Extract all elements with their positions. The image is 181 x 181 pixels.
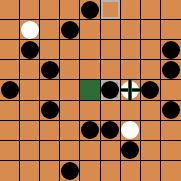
- board-cell[interactable]: [161, 60, 181, 80]
- board-cell[interactable]: [141, 60, 161, 80]
- board-cell[interactable]: [80, 40, 100, 60]
- board-cell[interactable]: [161, 101, 181, 121]
- board-cell[interactable]: [121, 20, 141, 40]
- board-cell[interactable]: [40, 80, 60, 100]
- board-cell[interactable]: [0, 20, 20, 40]
- board-cell[interactable]: [141, 20, 161, 40]
- white-stone[interactable]: [121, 121, 139, 139]
- board-cell[interactable]: [20, 121, 40, 141]
- black-stone[interactable]: [141, 81, 159, 99]
- board-cell[interactable]: [101, 20, 121, 40]
- black-stone[interactable]: [41, 101, 59, 119]
- black-stone[interactable]: [1, 81, 19, 99]
- board-cell[interactable]: [40, 20, 60, 40]
- board-cell[interactable]: [40, 40, 60, 60]
- board-cell[interactable]: [40, 60, 60, 80]
- board-cell[interactable]: [40, 141, 60, 161]
- board-cell[interactable]: [121, 40, 141, 60]
- board: [0, 0, 181, 181]
- board-cell[interactable]: [161, 141, 181, 161]
- board-cell[interactable]: [161, 20, 181, 40]
- board-cell[interactable]: [161, 121, 181, 141]
- board-cell[interactable]: [40, 161, 60, 181]
- board-cell[interactable]: [20, 101, 40, 121]
- board-cell[interactable]: [161, 40, 181, 60]
- board-cell[interactable]: [141, 80, 161, 100]
- board-cell[interactable]: [101, 40, 121, 60]
- board-cell[interactable]: [0, 121, 20, 141]
- board-cell[interactable]: [60, 80, 80, 100]
- board-cell[interactable]: [60, 141, 80, 161]
- board-cell[interactable]: [101, 121, 121, 141]
- board-cell[interactable]: [20, 161, 40, 181]
- board-cell[interactable]: [0, 40, 20, 60]
- board-cell[interactable]: [20, 0, 40, 20]
- board-cell[interactable]: [20, 40, 40, 60]
- black-stone[interactable]: [162, 41, 180, 59]
- board-cell[interactable]: [20, 20, 40, 40]
- board-cell[interactable]: [20, 60, 40, 80]
- board-cell[interactable]: [20, 141, 40, 161]
- board-cell[interactable]: [121, 0, 141, 20]
- black-stone[interactable]: [101, 121, 119, 139]
- black-stone[interactable]: [81, 121, 99, 139]
- board-cell[interactable]: [101, 60, 121, 80]
- board-cell[interactable]: [141, 40, 161, 60]
- black-stone[interactable]: [61, 21, 79, 39]
- green-square-cell[interactable]: [80, 80, 100, 100]
- board-cell[interactable]: [101, 141, 121, 161]
- highlight-frame-cell[interactable]: [101, 80, 121, 100]
- board-cell[interactable]: [121, 101, 141, 121]
- board-cell[interactable]: [121, 141, 141, 161]
- board-cell[interactable]: [141, 161, 161, 181]
- board-cell[interactable]: [161, 80, 181, 100]
- board-cell[interactable]: [60, 0, 80, 20]
- board-cell[interactable]: [0, 60, 20, 80]
- black-stone[interactable]: [101, 81, 119, 99]
- cross-icon: [128, 80, 132, 99]
- black-stone[interactable]: [121, 141, 139, 159]
- board-cell[interactable]: [101, 161, 121, 181]
- board-cell[interactable]: [121, 60, 141, 80]
- board-cell[interactable]: [0, 141, 20, 161]
- board-cell[interactable]: [141, 141, 161, 161]
- board-cell[interactable]: [0, 0, 20, 20]
- board-cell[interactable]: [101, 101, 121, 121]
- board-cell[interactable]: [141, 101, 161, 121]
- board-cell[interactable]: [80, 0, 100, 20]
- black-stone[interactable]: [81, 1, 99, 19]
- black-stone[interactable]: [21, 41, 39, 59]
- board-cell[interactable]: [141, 121, 161, 141]
- cross-marker-cell[interactable]: [121, 80, 141, 100]
- black-stone[interactable]: [162, 61, 180, 79]
- board-cell[interactable]: [40, 101, 60, 121]
- black-stone[interactable]: [61, 162, 79, 180]
- board-cell[interactable]: [40, 121, 60, 141]
- board-cell[interactable]: [60, 121, 80, 141]
- black-stone[interactable]: [162, 101, 180, 119]
- board-cell[interactable]: [80, 141, 100, 161]
- board-cell[interactable]: [161, 0, 181, 20]
- board-cell[interactable]: [80, 101, 100, 121]
- board-cell[interactable]: [80, 60, 100, 80]
- board-cell[interactable]: [0, 80, 20, 100]
- board-cell[interactable]: [0, 161, 20, 181]
- black-stone[interactable]: [41, 61, 59, 79]
- board-cell[interactable]: [60, 101, 80, 121]
- board-cell[interactable]: [60, 20, 80, 40]
- board-cell[interactable]: [60, 40, 80, 60]
- board-cell[interactable]: [161, 161, 181, 181]
- board-cell[interactable]: [60, 60, 80, 80]
- board-cell[interactable]: [40, 0, 60, 20]
- highlight-frame-cell[interactable]: [101, 0, 121, 20]
- board-cell[interactable]: [121, 121, 141, 141]
- board-cell[interactable]: [60, 161, 80, 181]
- board-cell[interactable]: [80, 20, 100, 40]
- board-cell[interactable]: [121, 161, 141, 181]
- board-cell[interactable]: [0, 101, 20, 121]
- board-cell[interactable]: [80, 161, 100, 181]
- white-stone[interactable]: [21, 21, 39, 39]
- board-cell[interactable]: [80, 121, 100, 141]
- board-cell[interactable]: [20, 80, 40, 100]
- board-cell[interactable]: [141, 0, 161, 20]
